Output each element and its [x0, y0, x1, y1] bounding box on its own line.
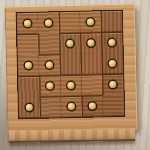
puzzle-tray	[5, 4, 138, 133]
puzzle-piece-B[interactable]	[59, 12, 80, 33]
brass-pin-handle[interactable]	[89, 102, 96, 109]
photo-wooden-puzzle	[0, 0, 150, 150]
tray-front-edge	[9, 129, 135, 143]
puzzle-piece-E[interactable]	[17, 34, 38, 55]
puzzle-piece-I[interactable]	[18, 76, 39, 97]
puzzle-piece-J[interactable]	[103, 95, 124, 116]
brass-pin-handle[interactable]	[87, 39, 94, 46]
puzzle-piece-H[interactable]	[81, 74, 102, 95]
puzzle-piece-F[interactable]	[60, 54, 81, 75]
puzzle-piece-A[interactable]	[38, 33, 59, 54]
tray-recess	[16, 10, 125, 119]
puzzle-piece-G[interactable]	[81, 53, 102, 74]
puzzle-piece-C[interactable]	[101, 11, 122, 32]
puzzle-board	[17, 11, 124, 118]
puzzle-piece-M[interactable]	[40, 96, 61, 117]
